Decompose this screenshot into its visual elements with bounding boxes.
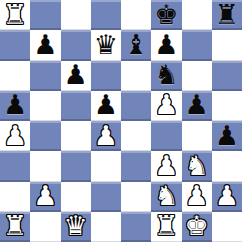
- square-b6[interactable]: [30, 61, 60, 91]
- piece-white-pawn[interactable]: ♟: [94, 122, 118, 149]
- square-d7[interactable]: ♛: [91, 30, 121, 60]
- piece-white-knight[interactable]: ♞: [185, 152, 209, 179]
- square-b5[interactable]: [30, 91, 60, 121]
- piece-white-knight[interactable]: ♞: [154, 182, 178, 209]
- square-f2[interactable]: ♞: [151, 182, 181, 212]
- square-c5[interactable]: [61, 91, 91, 121]
- piece-white-queen[interactable]: ♛: [64, 212, 88, 239]
- square-d4[interactable]: ♟: [91, 121, 121, 151]
- square-h5[interactable]: [212, 91, 242, 121]
- piece-black-pawn[interactable]: ♟: [154, 31, 178, 58]
- piece-white-pawn[interactable]: ♟: [3, 122, 27, 149]
- square-b8[interactable]: [30, 0, 60, 30]
- square-a3[interactable]: [0, 151, 30, 181]
- square-e3[interactable]: [121, 151, 151, 181]
- square-h4[interactable]: ♟: [212, 121, 242, 151]
- piece-black-pawn[interactable]: ♟: [215, 122, 239, 149]
- square-h6[interactable]: [212, 61, 242, 91]
- square-h2[interactable]: ♟: [212, 182, 242, 212]
- square-c3[interactable]: [61, 151, 91, 181]
- square-f5[interactable]: ♟: [151, 91, 181, 121]
- square-d6[interactable]: [91, 61, 121, 91]
- piece-black-queen[interactable]: ♛: [94, 31, 118, 58]
- piece-white-rook[interactable]: ♜: [3, 212, 27, 239]
- square-f4[interactable]: [151, 121, 181, 151]
- piece-white-pawn[interactable]: ♟: [154, 152, 178, 179]
- square-c6[interactable]: ♟: [61, 61, 91, 91]
- square-f7[interactable]: ♟: [151, 30, 181, 60]
- piece-black-pawn[interactable]: ♟: [33, 31, 57, 58]
- square-e6[interactable]: [121, 61, 151, 91]
- square-e5[interactable]: [121, 91, 151, 121]
- square-c1[interactable]: ♛: [61, 212, 91, 242]
- square-b1[interactable]: [30, 212, 60, 242]
- square-a5[interactable]: ♟: [0, 91, 30, 121]
- piece-white-pawn[interactable]: ♟: [215, 182, 239, 209]
- square-b3[interactable]: [30, 151, 60, 181]
- square-e7[interactable]: ♝: [121, 30, 151, 60]
- piece-black-bishop[interactable]: ♝: [124, 31, 148, 58]
- square-h1[interactable]: [212, 212, 242, 242]
- chess-board: ♜♚♜♟♛♝♟♟♞♟♟♟♟♟♟♟♟♞♟♞♟♟♜♛♜♚: [0, 0, 242, 242]
- square-g4[interactable]: [182, 121, 212, 151]
- piece-black-pawn[interactable]: ♟: [94, 91, 118, 118]
- piece-black-pawn[interactable]: ♟: [185, 91, 209, 118]
- square-b2[interactable]: ♟: [30, 182, 60, 212]
- square-d3[interactable]: [91, 151, 121, 181]
- piece-white-rook[interactable]: ♜: [154, 212, 178, 239]
- piece-white-pawn[interactable]: ♟: [185, 182, 209, 209]
- square-e8[interactable]: [121, 0, 151, 30]
- square-a7[interactable]: [0, 30, 30, 60]
- square-f3[interactable]: ♟: [151, 151, 181, 181]
- square-c2[interactable]: [61, 182, 91, 212]
- square-a2[interactable]: [0, 182, 30, 212]
- square-d8[interactable]: [91, 0, 121, 30]
- square-d2[interactable]: [91, 182, 121, 212]
- square-h7[interactable]: [212, 30, 242, 60]
- square-g5[interactable]: ♟: [182, 91, 212, 121]
- square-c4[interactable]: [61, 121, 91, 151]
- square-g8[interactable]: [182, 0, 212, 30]
- square-g7[interactable]: [182, 30, 212, 60]
- piece-white-king[interactable]: ♚: [185, 212, 209, 239]
- piece-white-pawn[interactable]: ♟: [154, 91, 178, 118]
- piece-black-pawn[interactable]: ♟: [3, 91, 27, 118]
- piece-black-king[interactable]: ♚: [154, 1, 178, 28]
- square-h3[interactable]: [212, 151, 242, 181]
- square-e1[interactable]: [121, 212, 151, 242]
- square-d1[interactable]: [91, 212, 121, 242]
- square-g6[interactable]: [182, 61, 212, 91]
- square-a4[interactable]: ♟: [0, 121, 30, 151]
- piece-black-knight[interactable]: ♞: [154, 61, 178, 88]
- square-g2[interactable]: ♟: [182, 182, 212, 212]
- square-c8[interactable]: [61, 0, 91, 30]
- square-c7[interactable]: [61, 30, 91, 60]
- square-e2[interactable]: [121, 182, 151, 212]
- square-b4[interactable]: [30, 121, 60, 151]
- square-g1[interactable]: ♚: [182, 212, 212, 242]
- square-g3[interactable]: ♞: [182, 151, 212, 181]
- square-d5[interactable]: ♟: [91, 91, 121, 121]
- piece-white-rook[interactable]: ♜: [3, 1, 27, 28]
- square-e4[interactable]: [121, 121, 151, 151]
- piece-black-pawn[interactable]: ♟: [64, 61, 88, 88]
- square-a8[interactable]: ♜: [0, 0, 30, 30]
- square-b7[interactable]: ♟: [30, 30, 60, 60]
- square-h8[interactable]: ♜: [212, 0, 242, 30]
- square-f1[interactable]: ♜: [151, 212, 181, 242]
- square-f8[interactable]: ♚: [151, 0, 181, 30]
- piece-white-pawn[interactable]: ♟: [33, 182, 57, 209]
- square-a1[interactable]: ♜: [0, 212, 30, 242]
- piece-black-rook[interactable]: ♜: [215, 1, 239, 28]
- square-f6[interactable]: ♞: [151, 61, 181, 91]
- square-a6[interactable]: [0, 61, 30, 91]
